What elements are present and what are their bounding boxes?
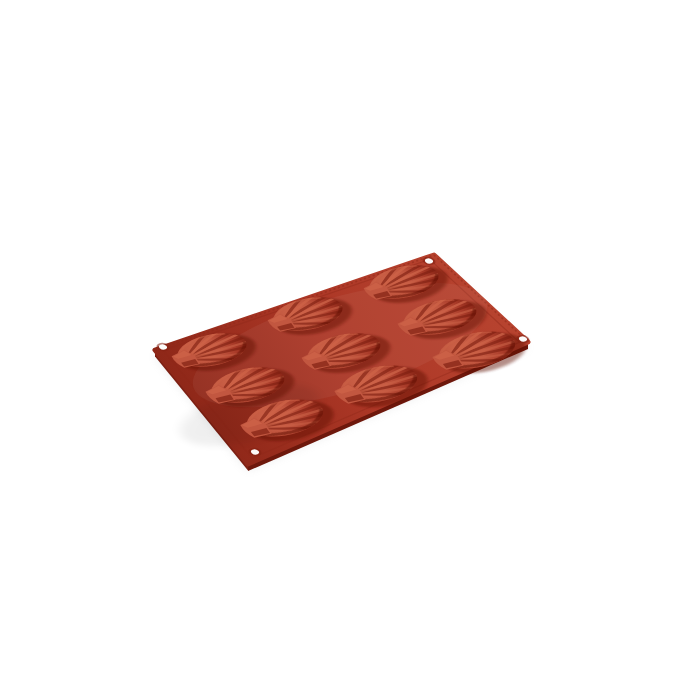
page-canvas bbox=[0, 0, 700, 700]
baking-mold bbox=[154, 253, 540, 471]
product-photo bbox=[0, 0, 700, 700]
mold-photo-svg bbox=[0, 0, 700, 700]
